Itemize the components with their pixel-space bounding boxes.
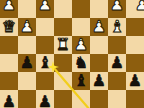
white-pawn-b2[interactable]: ♟ bbox=[108, 0, 126, 14]
square-e2[interactable] bbox=[54, 0, 72, 18]
square-c5[interactable] bbox=[90, 54, 108, 72]
square-b6[interactable] bbox=[108, 72, 126, 90]
square-a2[interactable]: ♟ bbox=[126, 0, 144, 18]
square-e6[interactable] bbox=[54, 72, 72, 90]
black-pawn-g5[interactable]: ♟ bbox=[18, 54, 36, 72]
square-a4[interactable] bbox=[126, 36, 144, 54]
square-b7[interactable] bbox=[108, 90, 126, 108]
square-h5[interactable] bbox=[0, 54, 18, 72]
white-pawn-h2[interactable]: ♟ bbox=[0, 0, 18, 14]
square-d2[interactable] bbox=[72, 0, 90, 18]
square-d7[interactable] bbox=[72, 90, 90, 108]
square-h3[interactable]: ♛ bbox=[0, 18, 18, 36]
square-c4[interactable] bbox=[90, 36, 108, 54]
black-pawn-h7[interactable]: ♟ bbox=[0, 93, 18, 108]
black-bishop-f5[interactable]: ♝ bbox=[36, 54, 54, 72]
square-h4[interactable] bbox=[0, 36, 18, 54]
white-rook-e4[interactable]: ♜ bbox=[54, 36, 72, 54]
black-bishop-d6[interactable]: ♝ bbox=[72, 72, 90, 90]
square-c7[interactable] bbox=[90, 90, 108, 108]
black-knight-d5[interactable]: ♞ bbox=[72, 54, 90, 72]
square-e3[interactable] bbox=[54, 18, 72, 36]
square-f4[interactable] bbox=[36, 36, 54, 54]
black-pawn-a6[interactable]: ♟ bbox=[126, 72, 144, 90]
black-pawn-f7[interactable]: ♟ bbox=[36, 93, 54, 108]
square-d3[interactable] bbox=[72, 18, 90, 36]
square-g3[interactable]: ♟ bbox=[18, 18, 36, 36]
square-a6[interactable]: ♟ bbox=[126, 72, 144, 90]
square-c2[interactable] bbox=[90, 0, 108, 18]
square-g4[interactable] bbox=[18, 36, 36, 54]
white-pawn-d4[interactable]: ♟ bbox=[72, 36, 90, 54]
chess-board: ♟♟♟♟♛♟♟♝♜♟♟♝♞♟♝♟♟♟♟ bbox=[0, 0, 144, 108]
square-h2[interactable]: ♟ bbox=[0, 0, 18, 18]
square-d5[interactable]: ♞ bbox=[72, 54, 90, 72]
square-d6[interactable]: ♝ bbox=[72, 72, 90, 90]
white-bishop-b3[interactable]: ♝ bbox=[108, 18, 126, 36]
white-queen-h3[interactable]: ♛ bbox=[0, 18, 18, 36]
square-a7[interactable] bbox=[126, 90, 144, 108]
square-h6[interactable] bbox=[0, 72, 18, 90]
square-h7[interactable]: ♟ bbox=[0, 90, 18, 108]
square-e7[interactable] bbox=[54, 90, 72, 108]
square-f2[interactable]: ♟ bbox=[36, 0, 54, 18]
square-g5[interactable]: ♟ bbox=[18, 54, 36, 72]
square-a3[interactable] bbox=[126, 18, 144, 36]
square-c6[interactable]: ♟ bbox=[90, 72, 108, 90]
black-pawn-c6[interactable]: ♟ bbox=[90, 72, 108, 90]
black-pawn-b5[interactable]: ♟ bbox=[108, 54, 126, 72]
square-g7[interactable] bbox=[18, 90, 36, 108]
white-pawn-g3[interactable]: ♟ bbox=[18, 18, 36, 36]
square-c3[interactable]: ♟ bbox=[90, 18, 108, 36]
square-a5[interactable] bbox=[126, 54, 144, 72]
square-b5[interactable]: ♟ bbox=[108, 54, 126, 72]
square-f3[interactable] bbox=[36, 18, 54, 36]
square-f5[interactable]: ♝ bbox=[36, 54, 54, 72]
square-f7[interactable]: ♟ bbox=[36, 90, 54, 108]
white-pawn-f2[interactable]: ♟ bbox=[36, 0, 54, 14]
white-pawn-a2[interactable]: ♟ bbox=[133, 0, 144, 14]
square-g6[interactable] bbox=[18, 72, 36, 90]
square-e4[interactable]: ♜ bbox=[54, 36, 72, 54]
square-g2[interactable] bbox=[18, 0, 36, 18]
square-b3[interactable]: ♝ bbox=[108, 18, 126, 36]
square-f6[interactable] bbox=[36, 72, 54, 90]
white-pawn-c3[interactable]: ♟ bbox=[90, 18, 108, 36]
square-b2[interactable]: ♟ bbox=[108, 0, 126, 18]
square-d4[interactable]: ♟ bbox=[72, 36, 90, 54]
square-b4[interactable] bbox=[108, 36, 126, 54]
square-e5[interactable] bbox=[54, 54, 72, 72]
